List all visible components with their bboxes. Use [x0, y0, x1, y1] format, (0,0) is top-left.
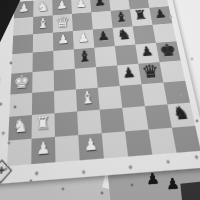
square-a6 [12, 34, 33, 54]
square-e1 [102, 131, 128, 158]
square-d3 [76, 88, 100, 112]
compass-cross-icon: ✚ [0, 166, 5, 176]
table-dark-corner [180, 180, 200, 200]
board-squares [7, 0, 200, 166]
square-c3 [54, 89, 77, 113]
square-a7 [13, 17, 33, 36]
square-b2 [32, 113, 55, 139]
square-a1 [7, 139, 32, 166]
square-c5 [53, 49, 75, 70]
square-d7 [72, 12, 93, 31]
square-a4 [10, 72, 32, 94]
square-b5 [33, 51, 54, 72]
square-h4 [159, 60, 185, 82]
square-e7 [91, 11, 112, 30]
board-edge-text: US CHESS [0, 46, 5, 103]
square-c6 [53, 31, 74, 51]
square-h1 [172, 126, 200, 153]
square-e3 [98, 86, 122, 110]
square-e4 [96, 65, 120, 87]
chess-board: US CHESS ✚ ♟♞♟♟♟♝♛♝♜♟♟♟♟♞♝♟♚♚♟♛♝♞♜♞♟♟ [0, 0, 200, 185]
photo-layer: US CHESS ✚ ♟♞♟♟♟♝♛♝♜♟♟♟♟♞♝♟♚♚♟♛♝♞♜♞♟♟ ♟♟ [0, 0, 200, 200]
square-a3 [9, 93, 32, 117]
square-e5 [94, 46, 117, 67]
square-e2 [100, 108, 125, 133]
square-b4 [32, 70, 54, 92]
square-b6 [33, 33, 54, 53]
square-c4 [54, 69, 76, 91]
square-a2 [8, 115, 32, 141]
square-e6 [93, 28, 115, 48]
square-a5 [11, 53, 32, 74]
square-b8 [33, 0, 52, 17]
square-f6 [113, 26, 136, 46]
square-h6 [152, 23, 176, 43]
square-d2 [77, 110, 102, 135]
square-c2 [55, 111, 79, 136]
square-f7 [111, 9, 133, 28]
square-d5 [74, 48, 96, 69]
chessboard-photo-scene: US CHESS ✚ ♟♞♟♟♟♝♛♝♜♟♟♟♟♞♝♟♚♚♟♛♝♞♜♞♟♟ ♟♟ [0, 0, 200, 200]
square-c1 [55, 135, 80, 162]
square-h7 [149, 6, 172, 25]
square-h2 [167, 103, 195, 128]
table-speckles [0, 0, 2, 2]
square-d6 [73, 29, 94, 49]
square-b7 [33, 15, 53, 34]
square-c7 [53, 14, 73, 33]
square-f5 [115, 44, 138, 65]
square-b1 [31, 137, 55, 164]
square-h3 [163, 81, 190, 105]
square-b3 [32, 91, 55, 115]
square-d1 [78, 133, 104, 160]
square-h5 [156, 41, 181, 62]
square-d4 [75, 67, 98, 89]
square-f4 [117, 64, 141, 86]
